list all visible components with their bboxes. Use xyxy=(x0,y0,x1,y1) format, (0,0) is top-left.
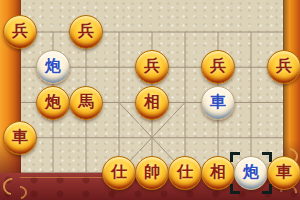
piece-glyph: 兵 xyxy=(144,58,160,74)
piece-glyph: 仕 xyxy=(111,164,127,180)
piece-glyph: 相 xyxy=(210,164,226,180)
piece-glyph: 兵 xyxy=(12,23,28,39)
piece-red-elephant[interactable]: 相 xyxy=(135,86,169,120)
piece-glyph: 兵 xyxy=(276,58,292,74)
piece-glyph: 兵 xyxy=(210,58,226,74)
selection-corner xyxy=(230,152,240,162)
selection-corner xyxy=(262,184,272,194)
piece-red-soldier[interactable]: 兵 xyxy=(3,15,37,49)
piece-red-soldier[interactable]: 兵 xyxy=(69,15,103,49)
piece-red-cannon[interactable]: 炮 xyxy=(36,86,70,120)
piece-glyph: 相 xyxy=(144,94,160,110)
piece-glyph: 車 xyxy=(12,129,28,145)
piece-red-chariot[interactable]: 車 xyxy=(3,121,37,155)
piece-glyph: 炮 xyxy=(45,94,61,110)
piece-red-chariot[interactable]: 車 xyxy=(267,156,300,190)
piece-glyph: 帥 xyxy=(144,164,160,180)
piece-glyph: 仕 xyxy=(177,164,193,180)
piece-layer: 兵兵炮兵兵兵炮馬相車車仕帥仕相炮車 xyxy=(0,0,300,200)
piece-red-soldier[interactable]: 兵 xyxy=(267,50,300,84)
piece-glyph: 車 xyxy=(210,94,226,110)
selection-corner xyxy=(230,184,240,194)
xiangqi-game-screen: 兵兵炮兵兵兵炮馬相車車仕帥仕相炮車 xyxy=(0,0,300,200)
piece-glyph: 馬 xyxy=(78,94,94,110)
piece-glyph: 車 xyxy=(276,164,292,180)
piece-red-soldier[interactable]: 兵 xyxy=(135,50,169,84)
piece-red-advisor[interactable]: 仕 xyxy=(168,156,202,190)
piece-blue-cannon[interactable]: 炮 xyxy=(234,156,268,190)
piece-red-advisor[interactable]: 仕 xyxy=(102,156,136,190)
piece-red-general[interactable]: 帥 xyxy=(135,156,169,190)
piece-glyph: 兵 xyxy=(78,23,94,39)
piece-red-horse[interactable]: 馬 xyxy=(69,86,103,120)
piece-red-soldier[interactable]: 兵 xyxy=(201,50,235,84)
piece-glyph: 炮 xyxy=(243,164,259,180)
piece-blue-chariot[interactable]: 車 xyxy=(201,86,235,120)
piece-glyph: 炮 xyxy=(45,58,61,74)
piece-blue-cannon[interactable]: 炮 xyxy=(36,50,70,84)
